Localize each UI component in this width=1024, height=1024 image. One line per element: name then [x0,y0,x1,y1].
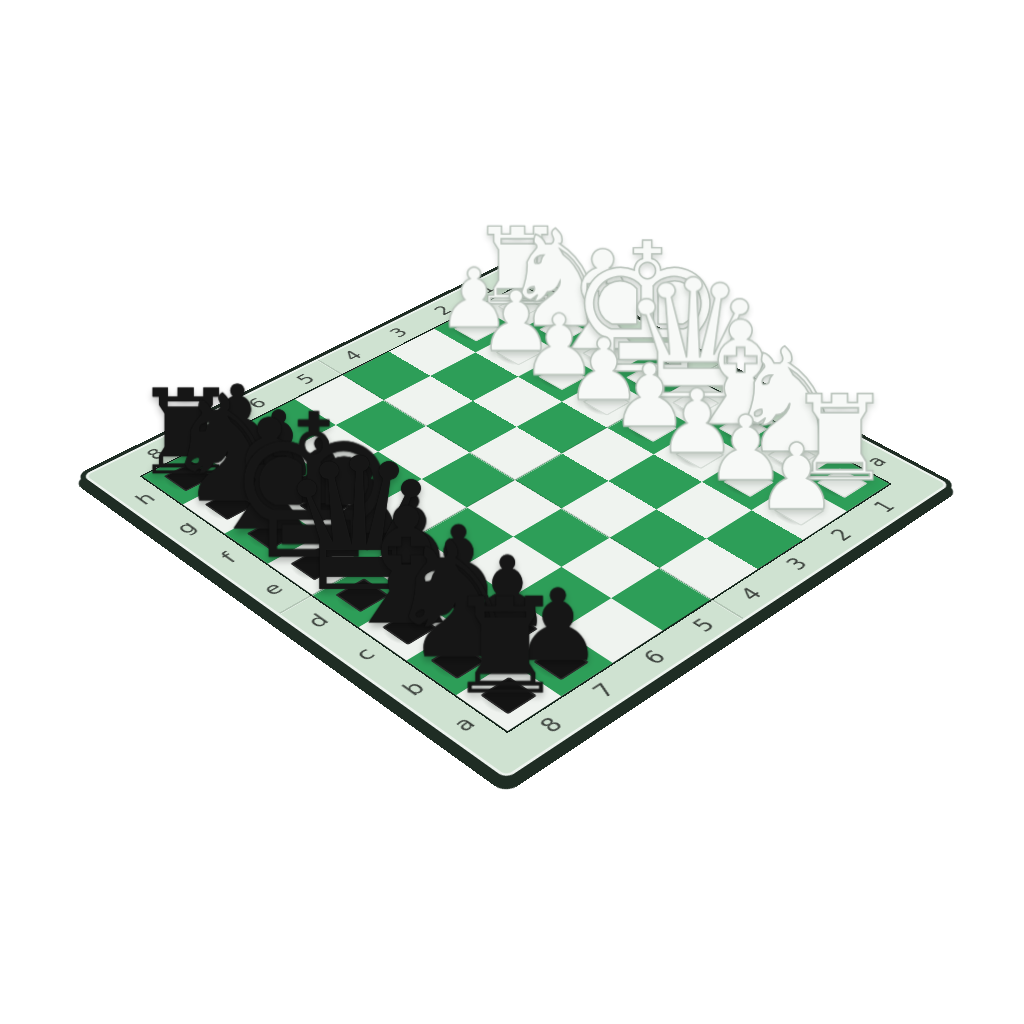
board-face: hgfedcba hgfedcba 12345678 12345678 ♜♞♝♚… [82,257,950,778]
squares-grid: ♜♞♝♚♛♝♞♜♟♟♟♟♟♟♟♟♟♟♟♟♟♟♟♟♜♞♝♚♛♝♞♜ [140,284,892,733]
black-rook-icon: ♜ [370,580,640,713]
white-pawn-icon: ♟ [674,431,918,523]
chessboard: hgfedcba hgfedcba 12345678 12345678 ♜♞♝♚… [82,257,950,778]
rank-label-4: 4 [711,570,791,619]
product-photo-scene: hgfedcba hgfedcba 12345678 12345678 ♜♞♝♚… [0,0,1024,1024]
